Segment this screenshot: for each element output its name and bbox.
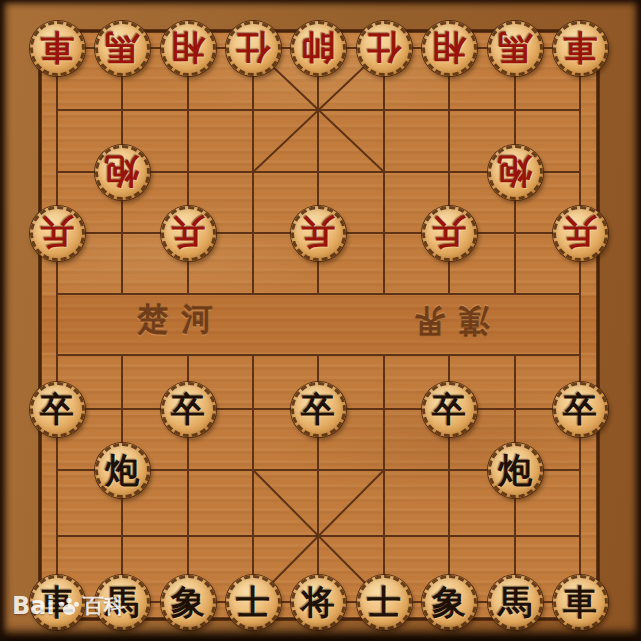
piece-red-chariot[interactable]: 車: [553, 21, 608, 76]
piece-glyph: 馬: [105, 31, 139, 65]
piece-glyph: 将: [301, 585, 335, 619]
piece-glyph: 兵: [301, 216, 335, 250]
piece-glyph: 車: [563, 31, 597, 65]
piece-glyph: 兵: [563, 216, 597, 250]
piece-glyph: 仕: [236, 31, 270, 65]
piece-red-horse[interactable]: 馬: [95, 21, 150, 76]
piece-glyph: 卒: [40, 392, 74, 426]
piece-glyph: 象: [432, 585, 466, 619]
piece-black-soldier[interactable]: 卒: [553, 382, 608, 437]
piece-black-soldier[interactable]: 卒: [422, 382, 477, 437]
piece-black-elephant[interactable]: 象: [161, 575, 216, 630]
piece-red-advisor[interactable]: 仕: [226, 21, 281, 76]
piece-glyph: 仕: [367, 31, 401, 65]
piece-black-soldier[interactable]: 卒: [291, 382, 346, 437]
piece-black-horse[interactable]: 馬: [488, 575, 543, 630]
piece-red-elephant[interactable]: 相: [161, 21, 216, 76]
paw-icon: [57, 594, 81, 618]
piece-glyph: 馬: [498, 31, 532, 65]
piece-glyph: 車: [40, 31, 74, 65]
piece-red-horse[interactable]: 馬: [488, 21, 543, 76]
piece-red-soldier[interactable]: 兵: [30, 206, 85, 261]
piece-red-soldier[interactable]: 兵: [161, 206, 216, 261]
piece-black-soldier[interactable]: 卒: [30, 382, 85, 437]
watermark-brand: Bai: [12, 592, 55, 620]
piece-red-cannon[interactable]: 炮: [488, 145, 543, 200]
piece-black-elephant[interactable]: 象: [422, 575, 477, 630]
pieces-layer: 車馬相仕帥仕相馬車炮炮兵兵兵兵兵卒卒卒卒卒炮炮車馬象士将士象馬車: [0, 0, 641, 641]
piece-black-advisor[interactable]: 士: [226, 575, 281, 630]
xiangqi-board: 楚河 漢界 車馬相仕帥仕相馬車炮炮兵兵兵兵兵卒卒卒卒卒炮炮車馬象士将士象馬車 B…: [0, 0, 641, 641]
piece-glyph: 卒: [301, 392, 335, 426]
piece-red-chariot[interactable]: 車: [30, 21, 85, 76]
piece-glyph: 相: [171, 31, 205, 65]
piece-glyph: 兵: [40, 216, 74, 250]
piece-red-elephant[interactable]: 相: [422, 21, 477, 76]
piece-glyph: 卒: [563, 392, 597, 426]
piece-glyph: 帥: [301, 31, 335, 65]
piece-glyph: 炮: [498, 453, 532, 487]
piece-glyph: 士: [236, 585, 270, 619]
piece-glyph: 卒: [171, 392, 205, 426]
watermark-suffix: 百科: [83, 592, 125, 620]
piece-red-soldier[interactable]: 兵: [291, 206, 346, 261]
piece-glyph: 象: [171, 585, 205, 619]
piece-black-advisor[interactable]: 士: [357, 575, 412, 630]
piece-glyph: 炮: [105, 155, 139, 189]
piece-red-cannon[interactable]: 炮: [95, 145, 150, 200]
piece-black-general[interactable]: 将: [291, 575, 346, 630]
piece-glyph: 兵: [432, 216, 466, 250]
piece-glyph: 炮: [498, 155, 532, 189]
piece-glyph: 相: [432, 31, 466, 65]
piece-glyph: 兵: [171, 216, 205, 250]
piece-black-chariot[interactable]: 車: [553, 575, 608, 630]
baidu-watermark: Bai 百科: [12, 592, 125, 620]
piece-glyph: 卒: [432, 392, 466, 426]
piece-red-soldier[interactable]: 兵: [422, 206, 477, 261]
piece-black-cannon[interactable]: 炮: [488, 443, 543, 498]
piece-black-soldier[interactable]: 卒: [161, 382, 216, 437]
piece-red-soldier[interactable]: 兵: [553, 206, 608, 261]
piece-glyph: 馬: [498, 585, 532, 619]
piece-red-general[interactable]: 帥: [291, 21, 346, 76]
piece-black-cannon[interactable]: 炮: [95, 443, 150, 498]
piece-glyph: 士: [367, 585, 401, 619]
piece-glyph: 車: [563, 585, 597, 619]
piece-glyph: 炮: [105, 453, 139, 487]
piece-red-advisor[interactable]: 仕: [357, 21, 412, 76]
